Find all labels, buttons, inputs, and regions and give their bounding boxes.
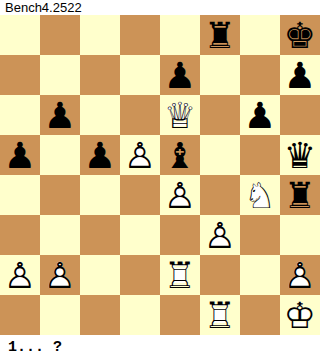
square-h4[interactable]: ♜ xyxy=(280,175,320,215)
black-pawn-icon: ♟ xyxy=(280,55,320,95)
square-b5[interactable] xyxy=(40,135,80,175)
square-h5[interactable]: ♛ xyxy=(280,135,320,175)
square-a7[interactable] xyxy=(0,55,40,95)
square-a5[interactable]: ♟ xyxy=(0,135,40,175)
square-e1[interactable] xyxy=(160,295,200,335)
chess-board: ♜♚♟♟♟♛♕♟♟♟♟♙♝♛♟♙♞♘♜♟♙♟♙♟♙♜♖♟♙♜♖♚♔ xyxy=(0,15,320,335)
white-rook-icon: ♖ xyxy=(160,255,200,295)
square-e4[interactable]: ♟♙ xyxy=(160,175,200,215)
square-d7[interactable] xyxy=(120,55,160,95)
square-e8[interactable] xyxy=(160,15,200,55)
black-queen-icon: ♛ xyxy=(280,135,320,175)
square-d8[interactable] xyxy=(120,15,160,55)
square-g7[interactable] xyxy=(240,55,280,95)
square-c5[interactable]: ♟ xyxy=(80,135,120,175)
square-c7[interactable] xyxy=(80,55,120,95)
square-h8[interactable]: ♚ xyxy=(280,15,320,55)
black-rook-icon: ♜ xyxy=(200,15,240,55)
square-e7[interactable]: ♟ xyxy=(160,55,200,95)
square-f2[interactable] xyxy=(200,255,240,295)
square-f8[interactable]: ♜ xyxy=(200,15,240,55)
white-pawn-icon: ♙ xyxy=(160,175,200,215)
white-king-icon: ♔ xyxy=(280,295,320,335)
white-knight-icon: ♘ xyxy=(240,175,280,215)
square-c8[interactable] xyxy=(80,15,120,55)
square-f5[interactable] xyxy=(200,135,240,175)
square-d5[interactable]: ♟♙ xyxy=(120,135,160,175)
square-b6[interactable]: ♟ xyxy=(40,95,80,135)
black-bishop-icon: ♝ xyxy=(160,135,200,175)
square-f4[interactable] xyxy=(200,175,240,215)
square-d6[interactable] xyxy=(120,95,160,135)
square-c4[interactable] xyxy=(80,175,120,215)
square-g1[interactable] xyxy=(240,295,280,335)
square-h3[interactable] xyxy=(280,215,320,255)
square-d1[interactable] xyxy=(120,295,160,335)
square-a3[interactable] xyxy=(0,215,40,255)
square-a6[interactable] xyxy=(0,95,40,135)
white-rook-icon: ♖ xyxy=(200,295,240,335)
square-d4[interactable] xyxy=(120,175,160,215)
square-a1[interactable] xyxy=(0,295,40,335)
square-f7[interactable] xyxy=(200,55,240,95)
chess-diagram-window: Bench4.2522 ♜♚♟♟♟♛♕♟♟♟♟♙♝♛♟♙♞♘♜♟♙♟♙♟♙♜♖♟… xyxy=(0,0,320,360)
white-pawn-icon: ♙ xyxy=(120,135,160,175)
white-pawn-icon: ♙ xyxy=(200,215,240,255)
square-b7[interactable] xyxy=(40,55,80,95)
white-queen-icon: ♕ xyxy=(160,95,200,135)
square-g3[interactable] xyxy=(240,215,280,255)
square-b1[interactable] xyxy=(40,295,80,335)
square-g5[interactable] xyxy=(240,135,280,175)
white-pawn-icon: ♙ xyxy=(280,255,320,295)
square-b3[interactable] xyxy=(40,215,80,255)
square-d2[interactable] xyxy=(120,255,160,295)
square-h7[interactable]: ♟ xyxy=(280,55,320,95)
square-d3[interactable] xyxy=(120,215,160,255)
black-pawn-icon: ♟ xyxy=(80,135,120,175)
square-f1[interactable]: ♜♖ xyxy=(200,295,240,335)
square-b8[interactable] xyxy=(40,15,80,55)
square-c6[interactable] xyxy=(80,95,120,135)
square-b4[interactable] xyxy=(40,175,80,215)
square-c3[interactable] xyxy=(80,215,120,255)
square-e6[interactable]: ♛♕ xyxy=(160,95,200,135)
square-e5[interactable]: ♝ xyxy=(160,135,200,175)
square-g2[interactable] xyxy=(240,255,280,295)
square-f3[interactable]: ♟♙ xyxy=(200,215,240,255)
black-king-icon: ♚ xyxy=(280,15,320,55)
move-prompt: 1... ? xyxy=(0,335,320,360)
square-h2[interactable]: ♟♙ xyxy=(280,255,320,295)
square-b2[interactable]: ♟♙ xyxy=(40,255,80,295)
square-c1[interactable] xyxy=(80,295,120,335)
square-h1[interactable]: ♚♔ xyxy=(280,295,320,335)
diagram-title: Bench4.2522 xyxy=(0,0,320,15)
square-g4[interactable]: ♞♘ xyxy=(240,175,280,215)
square-h6[interactable] xyxy=(280,95,320,135)
square-g8[interactable] xyxy=(240,15,280,55)
square-f6[interactable] xyxy=(200,95,240,135)
black-pawn-icon: ♟ xyxy=(160,55,200,95)
square-c2[interactable] xyxy=(80,255,120,295)
square-e2[interactable]: ♜♖ xyxy=(160,255,200,295)
square-a4[interactable] xyxy=(0,175,40,215)
black-pawn-icon: ♟ xyxy=(240,95,280,135)
black-pawn-icon: ♟ xyxy=(40,95,80,135)
black-pawn-icon: ♟ xyxy=(0,135,40,175)
white-pawn-icon: ♙ xyxy=(0,255,40,295)
square-a8[interactable] xyxy=(0,15,40,55)
white-pawn-icon: ♙ xyxy=(40,255,80,295)
square-a2[interactable]: ♟♙ xyxy=(0,255,40,295)
black-rook-icon: ♜ xyxy=(280,175,320,215)
square-g6[interactable]: ♟ xyxy=(240,95,280,135)
square-e3[interactable] xyxy=(160,215,200,255)
